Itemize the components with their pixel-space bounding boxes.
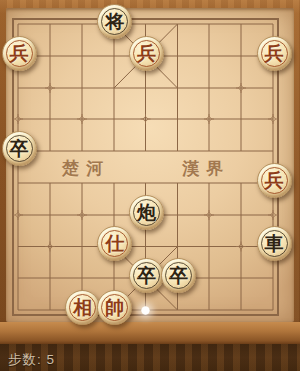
piece-character: 卒 [162, 259, 195, 292]
piece-red-soldier[interactable]: 兵 [257, 36, 292, 71]
piece-black-general[interactable]: 将 [97, 4, 132, 39]
piece-character: 卒 [3, 132, 36, 165]
step-counter: 步数: 5 [8, 348, 55, 371]
move-indicator-dot [141, 306, 150, 315]
piece-black-soldier[interactable]: 卒 [129, 258, 164, 293]
piece-character: 仕 [98, 227, 131, 260]
piece-character: 兵 [3, 37, 36, 70]
piece-character: 帥 [98, 291, 131, 324]
piece-character: 卒 [130, 259, 163, 292]
piece-black-soldier[interactable]: 卒 [2, 131, 37, 166]
piece-character: 兵 [258, 37, 291, 70]
piece-black-soldier[interactable]: 卒 [161, 258, 196, 293]
piece-red-soldier[interactable]: 兵 [2, 36, 37, 71]
piece-red-soldier[interactable]: 兵 [129, 36, 164, 71]
step-counter-value: 5 [47, 352, 56, 367]
piece-character: 炮 [130, 196, 163, 229]
step-counter-label: 步数: [8, 352, 42, 367]
piece-red-elephant[interactable]: 相 [65, 290, 100, 325]
river-label-left: 楚河 [46, 157, 126, 180]
xiangqi-game-screen: 楚河 漢界 将兵兵兵卒兵炮仕車卒卒相帥 步数: 5 [0, 0, 300, 371]
piece-character: 車 [258, 227, 291, 260]
piece-character: 相 [66, 291, 99, 324]
piece-red-advisor[interactable]: 仕 [97, 226, 132, 261]
piece-red-soldier[interactable]: 兵 [257, 163, 292, 198]
piece-red-general[interactable]: 帥 [97, 290, 132, 325]
piece-black-cannon[interactable]: 炮 [129, 195, 164, 230]
river-label-right: 漢界 [166, 157, 246, 180]
piece-black-chariot[interactable]: 車 [257, 226, 292, 261]
piece-character: 将 [98, 5, 131, 38]
piece-character: 兵 [130, 37, 163, 70]
piece-character: 兵 [258, 164, 291, 197]
